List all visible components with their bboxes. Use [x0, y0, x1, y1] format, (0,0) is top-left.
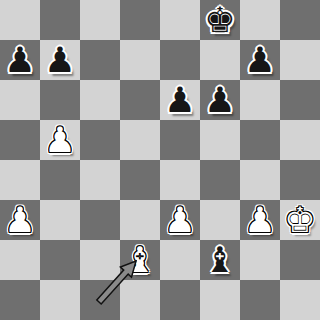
- black-bishop[interactable]: ♝: [200, 240, 240, 280]
- square-e7[interactable]: [160, 40, 200, 80]
- square-f4[interactable]: [200, 160, 240, 200]
- white-pawn[interactable]: ♟: [240, 200, 280, 240]
- square-c6[interactable]: [80, 80, 120, 120]
- square-f8[interactable]: ♚: [200, 0, 240, 40]
- square-h4[interactable]: [280, 160, 320, 200]
- black-king[interactable]: ♚: [200, 0, 240, 40]
- square-c4[interactable]: [80, 160, 120, 200]
- square-a7[interactable]: ♟: [0, 40, 40, 80]
- square-d7[interactable]: [120, 40, 160, 80]
- square-g5[interactable]: [240, 120, 280, 160]
- square-c1[interactable]: [80, 280, 120, 320]
- square-a6[interactable]: [0, 80, 40, 120]
- square-b3[interactable]: [40, 200, 80, 240]
- square-b5[interactable]: ♟: [40, 120, 80, 160]
- black-pawn[interactable]: ♟: [40, 40, 80, 80]
- square-d1[interactable]: [120, 280, 160, 320]
- square-d8[interactable]: [120, 0, 160, 40]
- square-g2[interactable]: [240, 240, 280, 280]
- square-e2[interactable]: [160, 240, 200, 280]
- square-c3[interactable]: [80, 200, 120, 240]
- square-h6[interactable]: [280, 80, 320, 120]
- square-a8[interactable]: [0, 0, 40, 40]
- square-e3[interactable]: ♟: [160, 200, 200, 240]
- square-d2[interactable]: ♝: [120, 240, 160, 280]
- square-c8[interactable]: [80, 0, 120, 40]
- chess-board-wrapper: ♚♟♟♟♟♟♟♟♟♟♚♝♝: [0, 0, 320, 320]
- square-a4[interactable]: [0, 160, 40, 200]
- square-e8[interactable]: [160, 0, 200, 40]
- square-b1[interactable]: [40, 280, 80, 320]
- square-f6[interactable]: ♟: [200, 80, 240, 120]
- square-b2[interactable]: [40, 240, 80, 280]
- black-pawn[interactable]: ♟: [240, 40, 280, 80]
- square-e6[interactable]: ♟: [160, 80, 200, 120]
- white-bishop[interactable]: ♝: [120, 240, 160, 280]
- square-a1[interactable]: [0, 280, 40, 320]
- white-pawn[interactable]: ♟: [40, 120, 80, 160]
- square-g3[interactable]: ♟: [240, 200, 280, 240]
- square-f1[interactable]: [200, 280, 240, 320]
- square-g6[interactable]: [240, 80, 280, 120]
- square-e5[interactable]: [160, 120, 200, 160]
- black-pawn[interactable]: ♟: [160, 80, 200, 120]
- square-h7[interactable]: [280, 40, 320, 80]
- square-e4[interactable]: [160, 160, 200, 200]
- square-f7[interactable]: [200, 40, 240, 80]
- square-h2[interactable]: [280, 240, 320, 280]
- white-pawn[interactable]: ♟: [160, 200, 200, 240]
- square-b7[interactable]: ♟: [40, 40, 80, 80]
- square-g8[interactable]: [240, 0, 280, 40]
- square-a5[interactable]: [0, 120, 40, 160]
- square-h5[interactable]: [280, 120, 320, 160]
- square-g4[interactable]: [240, 160, 280, 200]
- square-b6[interactable]: [40, 80, 80, 120]
- white-king[interactable]: ♚: [280, 200, 320, 240]
- square-b8[interactable]: [40, 0, 80, 40]
- square-h3[interactable]: ♚: [280, 200, 320, 240]
- square-d4[interactable]: [120, 160, 160, 200]
- square-d6[interactable]: [120, 80, 160, 120]
- square-c5[interactable]: [80, 120, 120, 160]
- square-h1[interactable]: [280, 280, 320, 320]
- chess-board: ♚♟♟♟♟♟♟♟♟♟♚♝♝: [0, 0, 320, 320]
- square-g1[interactable]: [240, 280, 280, 320]
- square-h8[interactable]: [280, 0, 320, 40]
- square-d5[interactable]: [120, 120, 160, 160]
- square-f5[interactable]: [200, 120, 240, 160]
- square-c2[interactable]: [80, 240, 120, 280]
- square-c7[interactable]: [80, 40, 120, 80]
- square-d3[interactable]: [120, 200, 160, 240]
- square-f3[interactable]: [200, 200, 240, 240]
- square-g7[interactable]: ♟: [240, 40, 280, 80]
- black-pawn[interactable]: ♟: [200, 80, 240, 120]
- square-f2[interactable]: ♝: [200, 240, 240, 280]
- square-a2[interactable]: [0, 240, 40, 280]
- square-b4[interactable]: [40, 160, 80, 200]
- square-a3[interactable]: ♟: [0, 200, 40, 240]
- white-pawn[interactable]: ♟: [0, 200, 40, 240]
- black-pawn[interactable]: ♟: [0, 40, 40, 80]
- square-e1[interactable]: [160, 280, 200, 320]
